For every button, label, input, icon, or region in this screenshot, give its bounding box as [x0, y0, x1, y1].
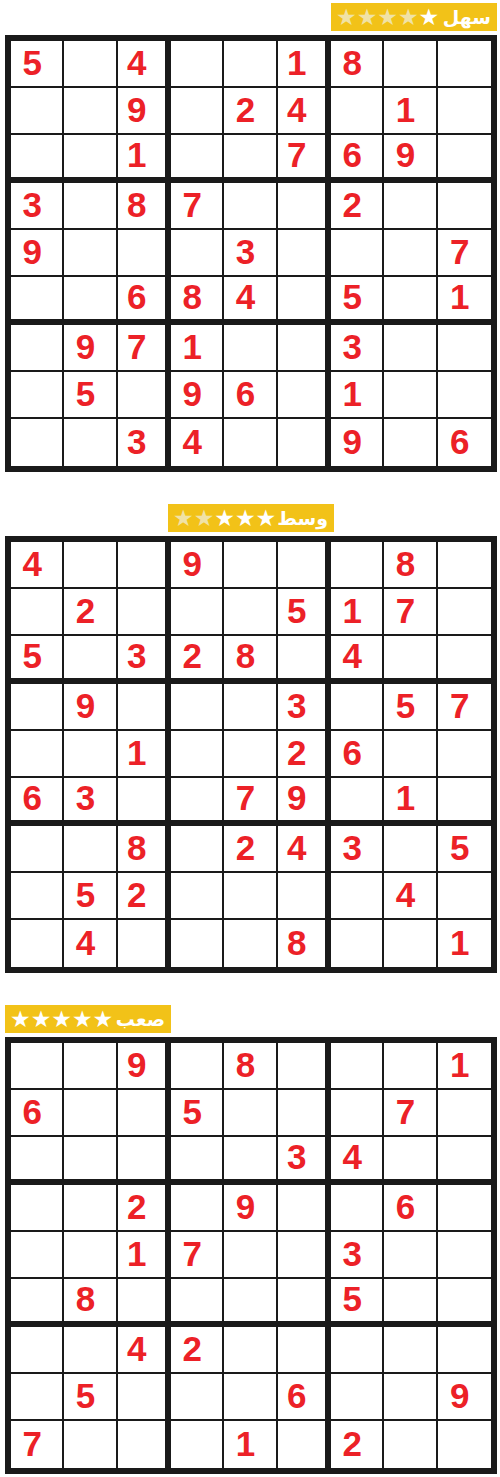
star-icon: ★: [398, 4, 419, 30]
cell-r1c3[interactable]: [118, 542, 171, 589]
cell-r7c6[interactable]: 4: [278, 826, 331, 873]
cell-r9c2[interactable]: [64, 1421, 117, 1468]
cell-r1c4[interactable]: [171, 41, 224, 88]
cell-r8c1[interactable]: [11, 1374, 64, 1421]
cell-r4c8[interactable]: 5: [384, 684, 437, 731]
cell-r2c6[interactable]: 4: [278, 88, 331, 135]
cell-r5c7[interactable]: 6: [331, 731, 384, 778]
cell-r3c2[interactable]: [64, 135, 117, 183]
cell-r5c8[interactable]: [384, 1232, 437, 1279]
cell-r4c3[interactable]: 8: [118, 183, 171, 230]
cell-r3c8[interactable]: [384, 1137, 437, 1185]
cell-r7c5[interactable]: [224, 1327, 277, 1374]
cell-r3c9[interactable]: [438, 135, 491, 183]
cell-r5c9[interactable]: [438, 1232, 491, 1279]
cell-r9c1[interactable]: [11, 419, 64, 466]
cell-r1c6[interactable]: [278, 1043, 331, 1090]
cell-r2c9[interactable]: [438, 589, 491, 636]
cell-r6c5[interactable]: 7: [224, 778, 277, 826]
cell-r2c9[interactable]: [438, 1090, 491, 1137]
star-icon: ★: [256, 505, 277, 531]
cell-r2c2[interactable]: 2: [64, 589, 117, 636]
cell-r3c7[interactable]: 6: [331, 135, 384, 183]
cell-r9c5[interactable]: [224, 419, 277, 466]
cell-r9c5[interactable]: 1: [224, 1421, 277, 1468]
cell-r2c6[interactable]: 5: [278, 589, 331, 636]
cell-r6c1[interactable]: [11, 1279, 64, 1327]
cell-r9c9[interactable]: 1: [438, 920, 491, 967]
cell-r9c4[interactable]: 4: [171, 419, 224, 466]
cell-r5c3[interactable]: 1: [118, 1232, 171, 1279]
cell-r3c9[interactable]: [438, 1137, 491, 1185]
cell-r6c2[interactable]: [64, 277, 117, 325]
star-icon: ★: [235, 505, 256, 531]
cell-r8c3[interactable]: [118, 1374, 171, 1421]
cell-r6c1[interactable]: 6: [11, 778, 64, 826]
cell-r9c4[interactable]: [171, 1421, 224, 1468]
cell-r5c1[interactable]: [11, 1232, 64, 1279]
cell-r2c1[interactable]: 6: [11, 1090, 64, 1137]
cell-r9c8[interactable]: [384, 1421, 437, 1468]
cell-r9c2[interactable]: [64, 419, 117, 466]
cell-r9c4[interactable]: [171, 920, 224, 967]
cell-r7c3[interactable]: 7: [118, 325, 171, 372]
cell-r9c3[interactable]: [118, 1421, 171, 1468]
cell-r1c4[interactable]: [171, 1043, 224, 1090]
star-icon: ★: [51, 1006, 72, 1032]
cell-r1c1[interactable]: [11, 1043, 64, 1090]
cell-r7c7[interactable]: 3: [331, 325, 384, 372]
star-icon: ★: [214, 505, 235, 531]
cell-r3c6[interactable]: 7: [278, 135, 331, 183]
cell-r7c2[interactable]: 9: [64, 325, 117, 372]
cell-r1c2[interactable]: [64, 542, 117, 589]
cell-r3c3[interactable]: [118, 1137, 171, 1185]
cell-r1c4[interactable]: 9: [171, 542, 224, 589]
cell-r4c3[interactable]: 2: [118, 1185, 171, 1232]
cell-r3c6[interactable]: [278, 636, 331, 684]
difficulty-banner-hard: ★★★★★ صعب: [5, 1005, 171, 1033]
cell-r8c9[interactable]: 9: [438, 1374, 491, 1421]
cell-r7c5[interactable]: 2: [224, 826, 277, 873]
cell-r2c4[interactable]: [171, 88, 224, 135]
cell-r5c5[interactable]: 3: [224, 230, 277, 277]
cell-r6c8[interactable]: [384, 1279, 437, 1327]
cell-r2c4[interactable]: 5: [171, 1090, 224, 1137]
cell-r4c4[interactable]: [171, 1185, 224, 1232]
cell-r5c8[interactable]: [384, 230, 437, 277]
cell-r5c9[interactable]: 7: [438, 230, 491, 277]
cell-r4c7[interactable]: [331, 1185, 384, 1232]
cell-r8c5[interactable]: 6: [224, 372, 277, 419]
cell-r3c3[interactable]: 1: [118, 135, 171, 183]
cell-r2c1[interactable]: [11, 589, 64, 636]
cell-r1c6[interactable]: 1: [278, 41, 331, 88]
cell-r7c1[interactable]: [11, 826, 64, 873]
sudoku-grid-medium: 49825175328493571266379182435524481: [5, 536, 497, 973]
cell-r5c5[interactable]: [224, 1232, 277, 1279]
cell-r3c4[interactable]: 2: [171, 636, 224, 684]
cell-r7c6[interactable]: [278, 325, 331, 372]
cell-r5c7[interactable]: 3: [331, 1232, 384, 1279]
star-icon: ★: [72, 1006, 93, 1032]
star-rating: ★★★★★: [336, 4, 439, 30]
cell-r3c8[interactable]: [384, 636, 437, 684]
cell-r9c6[interactable]: 8: [278, 920, 331, 967]
cell-r7c9[interactable]: [438, 1327, 491, 1374]
cell-r1c2[interactable]: [64, 1043, 117, 1090]
cell-r8c4[interactable]: [171, 873, 224, 920]
cell-r4c9[interactable]: [438, 183, 491, 230]
cell-r2c3[interactable]: 9: [118, 88, 171, 135]
cell-r8c7[interactable]: [331, 873, 384, 920]
cell-r8c4[interactable]: [171, 1374, 224, 1421]
cell-r4c4[interactable]: 7: [171, 183, 224, 230]
cell-r9c8[interactable]: [384, 419, 437, 466]
cell-r1c5[interactable]: [224, 542, 277, 589]
cell-r8c3[interactable]: [118, 372, 171, 419]
cell-r7c2[interactable]: [64, 1327, 117, 1374]
cell-r3c2[interactable]: [64, 636, 117, 684]
cell-r1c3[interactable]: 4: [118, 41, 171, 88]
cell-r7c6[interactable]: [278, 1327, 331, 1374]
puzzle-section-easy: ★★★★★ سهل 541892411769387293768451971359…: [5, 3, 497, 472]
cell-r6c5[interactable]: 4: [224, 277, 277, 325]
cell-r9c7[interactable]: 2: [331, 1421, 384, 1468]
cell-r5c7[interactable]: [331, 230, 384, 277]
cell-r6c8[interactable]: [384, 277, 437, 325]
cell-r4c2[interactable]: 9: [64, 684, 117, 731]
cell-r1c8[interactable]: [384, 41, 437, 88]
cell-r8c1[interactable]: [11, 372, 64, 419]
cell-r8c5[interactable]: [224, 873, 277, 920]
cell-r7c8[interactable]: [384, 325, 437, 372]
cell-r9c1[interactable]: 7: [11, 1421, 64, 1468]
star-icon: ★: [377, 4, 398, 30]
difficulty-banner-medium: ★★★★★ وسط: [168, 504, 334, 532]
cell-r5c6[interactable]: [278, 230, 331, 277]
cell-r1c6[interactable]: [278, 542, 331, 589]
cell-r9c9[interactable]: 6: [438, 419, 491, 466]
cell-r6c7[interactable]: 5: [331, 1279, 384, 1327]
cell-r9c6[interactable]: [278, 1421, 331, 1468]
cell-r6c6[interactable]: [278, 1279, 331, 1327]
cell-r2c8[interactable]: 7: [384, 1090, 437, 1137]
cell-r6c6[interactable]: 9: [278, 778, 331, 826]
cell-r6c9[interactable]: [438, 778, 491, 826]
cell-r8c5[interactable]: [224, 1374, 277, 1421]
puzzle-section-medium: ★★★★★ وسط 498251753284935712663791824355…: [5, 504, 497, 973]
cell-r8c2[interactable]: 5: [64, 1374, 117, 1421]
cell-r2c5[interactable]: [224, 589, 277, 636]
cell-r6c8[interactable]: 1: [384, 778, 437, 826]
cell-r2c2[interactable]: [64, 1090, 117, 1137]
cell-r6c7[interactable]: [331, 778, 384, 826]
cell-r8c2[interactable]: 5: [64, 873, 117, 920]
cell-r7c4[interactable]: 1: [171, 325, 224, 372]
cell-r8c4[interactable]: 9: [171, 372, 224, 419]
cell-r3c5[interactable]: [224, 1137, 277, 1185]
cell-r2c8[interactable]: 7: [384, 589, 437, 636]
cell-r7c3[interactable]: 8: [118, 826, 171, 873]
cell-r7c8[interactable]: [384, 1327, 437, 1374]
cell-r9c7[interactable]: 9: [331, 419, 384, 466]
cell-r3c5[interactable]: [224, 135, 277, 183]
cell-r7c7[interactable]: 3: [331, 826, 384, 873]
cell-r4c1[interactable]: [11, 1185, 64, 1232]
cell-r3c2[interactable]: [64, 1137, 117, 1185]
cell-r2c8[interactable]: 1: [384, 88, 437, 135]
cell-r6c9[interactable]: [438, 1279, 491, 1327]
cell-r4c6[interactable]: [278, 183, 331, 230]
star-icon: ★: [10, 1006, 31, 1032]
cell-r2c9[interactable]: [438, 88, 491, 135]
cell-r2c1[interactable]: [11, 88, 64, 135]
star-icon: ★: [31, 1006, 52, 1032]
cell-r1c9[interactable]: [438, 41, 491, 88]
cell-r8c7[interactable]: 1: [331, 372, 384, 419]
cell-r3c4[interactable]: [171, 135, 224, 183]
cell-r4c8[interactable]: [384, 183, 437, 230]
cell-r7c1[interactable]: [11, 1327, 64, 1374]
cell-r4c2[interactable]: [64, 183, 117, 230]
star-icon: ★: [357, 4, 378, 30]
cell-r6c1[interactable]: [11, 277, 64, 325]
cell-r1c3[interactable]: 9: [118, 1043, 171, 1090]
cell-r2c3[interactable]: [118, 589, 171, 636]
cell-r5c2[interactable]: [64, 230, 117, 277]
cell-r4c5[interactable]: [224, 183, 277, 230]
cell-r7c1[interactable]: [11, 325, 64, 372]
cell-r7c8[interactable]: [384, 826, 437, 873]
cell-r3c8[interactable]: 9: [384, 135, 437, 183]
cell-r1c8[interactable]: 8: [384, 542, 437, 589]
difficulty-label: وسط: [277, 504, 328, 532]
cell-r2c7[interactable]: [331, 1090, 384, 1137]
cell-r8c7[interactable]: [331, 1374, 384, 1421]
cell-r3c4[interactable]: [171, 1137, 224, 1185]
cell-r4c7[interactable]: 2: [331, 183, 384, 230]
cell-r9c5[interactable]: [224, 920, 277, 967]
cell-r7c3[interactable]: 4: [118, 1327, 171, 1374]
cell-r8c6[interactable]: [278, 873, 331, 920]
cell-r7c4[interactable]: 2: [171, 1327, 224, 1374]
cell-r3c5[interactable]: 8: [224, 636, 277, 684]
cell-r4c5[interactable]: [224, 684, 277, 731]
cell-r1c9[interactable]: 1: [438, 1043, 491, 1090]
cell-r6c2[interactable]: 3: [64, 778, 117, 826]
cell-r8c8[interactable]: 4: [384, 873, 437, 920]
sudoku-grid-easy: 541892411769387293768451971359613496: [5, 35, 497, 472]
cell-r7c9[interactable]: [438, 325, 491, 372]
cell-r6c9[interactable]: 1: [438, 277, 491, 325]
star-rating: ★★★★★: [173, 505, 276, 531]
cell-r1c7[interactable]: [331, 542, 384, 589]
cell-r7c2[interactable]: [64, 826, 117, 873]
cell-r1c5[interactable]: [224, 41, 277, 88]
star-icon: ★: [194, 505, 215, 531]
cell-r6c6[interactable]: [278, 277, 331, 325]
cell-r8c8[interactable]: [384, 1374, 437, 1421]
cell-r3c1[interactable]: 5: [11, 636, 64, 684]
star-icon: ★: [336, 4, 357, 30]
star-icon: ★: [173, 505, 194, 531]
cell-r9c8[interactable]: [384, 920, 437, 967]
cell-r6c3[interactable]: [118, 778, 171, 826]
cell-r4c3[interactable]: [118, 684, 171, 731]
star-icon: ★: [93, 1006, 114, 1032]
cell-r8c6[interactable]: 6: [278, 1374, 331, 1421]
cell-r4c1[interactable]: [11, 684, 64, 731]
cell-r5c4[interactable]: [171, 230, 224, 277]
cell-r5c8[interactable]: [384, 731, 437, 778]
cell-r5c9[interactable]: [438, 731, 491, 778]
cell-r7c5[interactable]: [224, 325, 277, 372]
cell-r9c1[interactable]: [11, 920, 64, 967]
cell-r6c2[interactable]: 8: [64, 1279, 117, 1327]
difficulty-label: سهل: [443, 3, 491, 31]
cell-r9c3[interactable]: 3: [118, 419, 171, 466]
cell-r3c7[interactable]: 4: [331, 1137, 384, 1185]
cell-r6c4[interactable]: [171, 1279, 224, 1327]
cell-r3c1[interactable]: [11, 1137, 64, 1185]
cell-r5c4[interactable]: [171, 731, 224, 778]
cell-r8c9[interactable]: [438, 372, 491, 419]
cell-r2c2[interactable]: [64, 88, 117, 135]
cell-r9c9[interactable]: [438, 1421, 491, 1468]
cell-r4c2[interactable]: [64, 1185, 117, 1232]
cell-r9c6[interactable]: [278, 419, 331, 466]
cell-r4c7[interactable]: [331, 684, 384, 731]
cell-r3c1[interactable]: [11, 135, 64, 183]
cell-r5c6[interactable]: 2: [278, 731, 331, 778]
cell-r5c4[interactable]: 7: [171, 1232, 224, 1279]
cell-r4c8[interactable]: 6: [384, 1185, 437, 1232]
cell-r7c9[interactable]: 5: [438, 826, 491, 873]
star-icon: ★: [419, 4, 440, 30]
cell-r4c5[interactable]: 9: [224, 1185, 277, 1232]
cell-r5c2[interactable]: [64, 731, 117, 778]
cell-r4c6[interactable]: 3: [278, 684, 331, 731]
difficulty-label: صعب: [116, 1005, 165, 1033]
cell-r9c2[interactable]: 4: [64, 920, 117, 967]
cell-r1c2[interactable]: [64, 41, 117, 88]
cell-r3c7[interactable]: 4: [331, 636, 384, 684]
cell-r2c7[interactable]: 1: [331, 589, 384, 636]
cell-r1c7[interactable]: 8: [331, 41, 384, 88]
cell-r6c4[interactable]: [171, 778, 224, 826]
cell-r6c5[interactable]: [224, 1279, 277, 1327]
cell-r7c4[interactable]: [171, 826, 224, 873]
cell-r8c8[interactable]: [384, 372, 437, 419]
cell-r1c1[interactable]: 5: [11, 41, 64, 88]
cell-r1c1[interactable]: 4: [11, 542, 64, 589]
cell-r4c6[interactable]: [278, 1185, 331, 1232]
cell-r2c5[interactable]: 2: [224, 88, 277, 135]
cell-r5c1[interactable]: [11, 731, 64, 778]
cell-r9c7[interactable]: [331, 920, 384, 967]
cell-r3c3[interactable]: 3: [118, 636, 171, 684]
cell-r5c6[interactable]: [278, 1232, 331, 1279]
cell-r5c5[interactable]: [224, 731, 277, 778]
cell-r4c9[interactable]: [438, 1185, 491, 1232]
cell-r1c5[interactable]: 8: [224, 1043, 277, 1090]
cell-r3c9[interactable]: [438, 636, 491, 684]
sudoku-grid-hard: 981657342961738542569712: [5, 1037, 497, 1474]
cell-r5c3[interactable]: 1: [118, 731, 171, 778]
cell-r6c4[interactable]: 8: [171, 277, 224, 325]
cell-r1c7[interactable]: [331, 1043, 384, 1090]
sudoku-sheet: ★★★★★ سهل 541892411769387293768451971359…: [0, 0, 500, 1477]
cell-r6c7[interactable]: 5: [331, 277, 384, 325]
cell-r2c7[interactable]: [331, 88, 384, 135]
cell-r3c6[interactable]: 3: [278, 1137, 331, 1185]
cell-r2c5[interactable]: [224, 1090, 277, 1137]
cell-r6c3[interactable]: 6: [118, 277, 171, 325]
cell-r5c1[interactable]: 9: [11, 230, 64, 277]
cell-r9c3[interactable]: [118, 920, 171, 967]
cell-r6c3[interactable]: [118, 1279, 171, 1327]
cell-r2c3[interactable]: [118, 1090, 171, 1137]
cell-r1c8[interactable]: [384, 1043, 437, 1090]
puzzle-section-hard: ★★★★★ صعب 981657342961738542569712: [5, 1005, 497, 1474]
difficulty-banner-easy: ★★★★★ سهل: [331, 3, 497, 31]
cell-r8c3[interactable]: 2: [118, 873, 171, 920]
cell-r5c3[interactable]: [118, 230, 171, 277]
cell-r2c4[interactable]: [171, 589, 224, 636]
cell-r8c9[interactable]: [438, 873, 491, 920]
cell-r7c7[interactable]: [331, 1327, 384, 1374]
cell-r8c6[interactable]: [278, 372, 331, 419]
cell-r4c9[interactable]: 7: [438, 684, 491, 731]
star-rating: ★★★★★: [10, 1006, 113, 1032]
cell-r4c4[interactable]: [171, 684, 224, 731]
cell-r8c2[interactable]: 5: [64, 372, 117, 419]
cell-r5c2[interactable]: [64, 1232, 117, 1279]
cell-r4c1[interactable]: 3: [11, 183, 64, 230]
cell-r8c1[interactable]: [11, 873, 64, 920]
cell-r1c9[interactable]: [438, 542, 491, 589]
cell-r2c6[interactable]: [278, 1090, 331, 1137]
